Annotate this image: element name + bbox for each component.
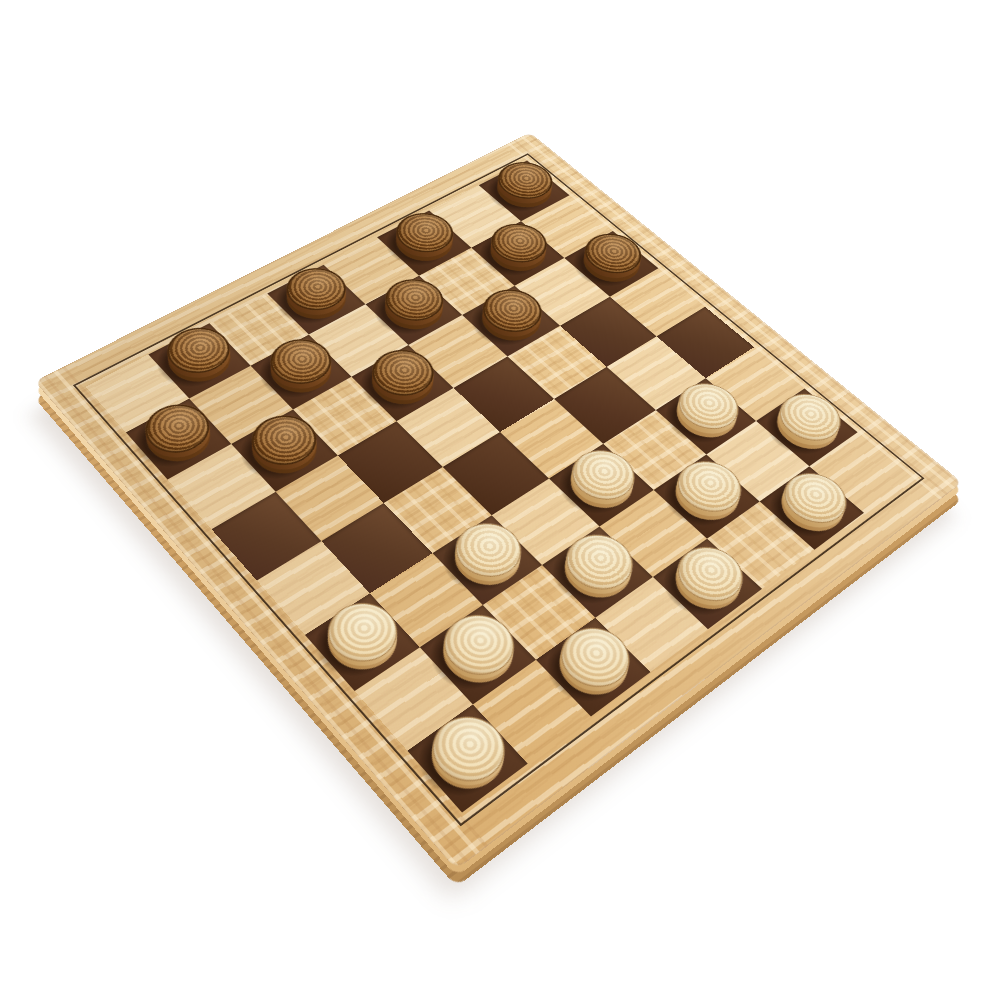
checkers-board[interactable] xyxy=(35,132,963,869)
checkered-grid xyxy=(85,160,912,812)
board-wood-surface xyxy=(35,132,963,869)
product-photo-scene xyxy=(0,0,1000,1000)
